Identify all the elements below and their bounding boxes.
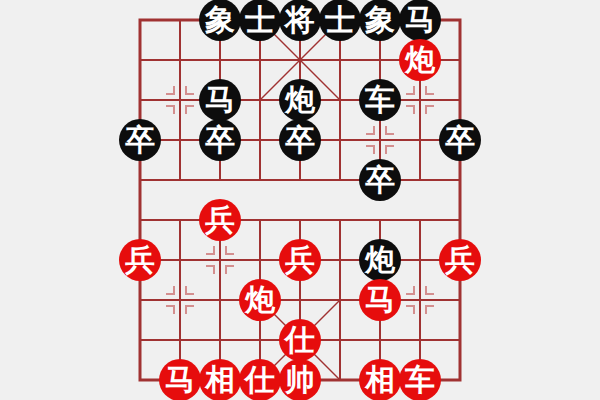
point-marker-corner [425, 305, 434, 314]
piece-black-advisor[interactable]: 士 [239, 0, 281, 41]
piece-red-elephant[interactable]: 相 [359, 359, 401, 400]
piece-black-general[interactable]: 将 [279, 0, 321, 41]
piece-black-elephant[interactable]: 象 [359, 0, 401, 41]
point-marker-corner [385, 126, 394, 135]
point-marker-corner [406, 286, 415, 295]
point-marker [166, 286, 194, 314]
piece-red-horse[interactable]: 马 [359, 279, 401, 321]
point-marker-corner [366, 145, 375, 154]
piece-black-horse[interactable]: 马 [399, 0, 441, 41]
piece-red-soldier[interactable]: 兵 [199, 199, 241, 241]
piece-black-cannon[interactable]: 炮 [279, 79, 321, 121]
point-marker [366, 126, 394, 154]
point-marker-corner [185, 286, 194, 295]
point-marker-corner [425, 105, 434, 114]
piece-red-advisor[interactable]: 仕 [239, 359, 281, 400]
point-marker [206, 246, 234, 274]
piece-red-general[interactable]: 帅 [279, 359, 321, 400]
piece-black-soldier[interactable]: 卒 [279, 119, 321, 161]
point-marker-corner [166, 105, 175, 114]
point-marker [406, 86, 434, 114]
point-marker-corner [166, 286, 175, 295]
point-marker-corner [185, 105, 194, 114]
piece-black-elephant[interactable]: 象 [199, 0, 241, 41]
point-marker-corner [406, 86, 415, 95]
piece-black-soldier[interactable]: 卒 [359, 159, 401, 201]
point-marker-corner [185, 86, 194, 95]
piece-black-advisor[interactable]: 士 [319, 0, 361, 41]
piece-black-soldier[interactable]: 卒 [119, 119, 161, 161]
point-marker [166, 86, 194, 114]
piece-red-soldier[interactable]: 兵 [279, 239, 321, 281]
piece-red-soldier[interactable]: 兵 [439, 239, 481, 281]
piece-black-soldier[interactable]: 卒 [439, 119, 481, 161]
point-marker-corner [206, 246, 215, 255]
piece-red-cannon[interactable]: 炮 [239, 279, 281, 321]
piece-black-chariot[interactable]: 车 [359, 79, 401, 121]
piece-red-soldier[interactable]: 兵 [119, 239, 161, 281]
piece-black-soldier[interactable]: 卒 [199, 119, 241, 161]
point-marker-corner [425, 286, 434, 295]
point-marker-corner [185, 305, 194, 314]
xiangqi-board: 象士将士象马炮马炮车卒卒卒卒卒兵兵兵炮兵炮马仕马相仕帅相车 [0, 0, 600, 400]
piece-red-elephant[interactable]: 相 [199, 359, 241, 400]
point-marker-corner [225, 246, 234, 255]
point-marker-corner [166, 86, 175, 95]
point-marker-corner [206, 265, 215, 274]
piece-red-cannon[interactable]: 炮 [399, 39, 441, 81]
piece-black-cannon[interactable]: 炮 [359, 239, 401, 281]
piece-red-horse[interactable]: 马 [159, 359, 201, 400]
piece-red-advisor[interactable]: 仕 [279, 319, 321, 361]
point-marker-corner [166, 305, 175, 314]
point-marker-corner [425, 86, 434, 95]
point-marker [406, 286, 434, 314]
point-marker-corner [406, 305, 415, 314]
piece-black-horse[interactable]: 马 [199, 79, 241, 121]
point-marker-corner [366, 126, 375, 135]
point-marker-corner [385, 145, 394, 154]
point-marker-corner [225, 265, 234, 274]
point-marker-corner [406, 105, 415, 114]
piece-red-chariot[interactable]: 车 [399, 359, 441, 400]
